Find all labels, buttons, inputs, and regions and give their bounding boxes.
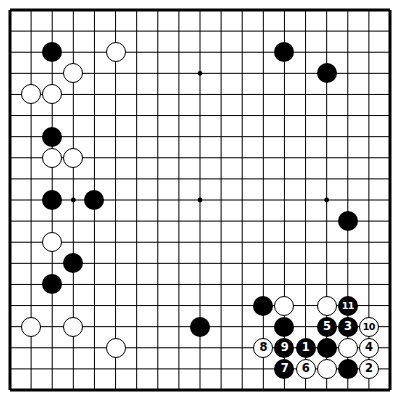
star-point (324, 198, 329, 203)
black-stone-P3-move-1: 1 (296, 338, 316, 358)
move-number: 3 (344, 321, 352, 333)
white-stone-S4-move-10: 10 (359, 317, 379, 337)
white-stone-Q5 (317, 296, 337, 316)
white-stone-F3 (106, 338, 126, 358)
white-stone-P2-move-6: 6 (296, 359, 316, 379)
black-stone-C13 (42, 127, 62, 147)
white-stone-S3-move-4: 4 (359, 338, 379, 358)
white-stone-B4 (21, 317, 41, 337)
move-number: 9 (281, 342, 289, 354)
white-stone-S2-move-2: 2 (359, 359, 379, 379)
black-stone-Q16 (317, 63, 337, 83)
black-stone-Q4-move-5: 5 (317, 317, 337, 337)
move-number: 1 (302, 342, 310, 354)
move-number: 4 (365, 342, 373, 354)
black-stone-Q3 (317, 338, 337, 358)
move-number: 10 (363, 322, 375, 332)
black-stone-R9 (338, 211, 358, 231)
white-stone-N3-move-8: 8 (253, 338, 273, 358)
black-stone-R2 (338, 359, 358, 379)
black-stone-R4-move-3: 3 (338, 317, 358, 337)
black-stone-N5 (253, 296, 273, 316)
move-number: 8 (260, 342, 268, 354)
black-stone-K4 (190, 317, 210, 337)
white-stone-F17 (106, 42, 126, 62)
white-stone-R3 (338, 338, 358, 358)
white-stone-D4 (63, 317, 83, 337)
move-number: 2 (365, 363, 373, 375)
go-board: 1234567891011 (0, 0, 400, 400)
star-point (71, 198, 76, 203)
move-number: 7 (281, 363, 289, 375)
white-stone-D12 (63, 148, 83, 168)
black-stone-R5-move-11: 11 (338, 296, 358, 316)
move-number: 6 (302, 363, 310, 375)
star-point (198, 198, 203, 203)
black-stone-O4 (274, 317, 294, 337)
white-stone-Q2 (317, 359, 337, 379)
white-stone-C12 (42, 148, 62, 168)
star-point (198, 71, 203, 76)
white-stone-O5 (274, 296, 294, 316)
move-number: 5 (323, 321, 331, 333)
move-number: 11 (342, 301, 354, 311)
